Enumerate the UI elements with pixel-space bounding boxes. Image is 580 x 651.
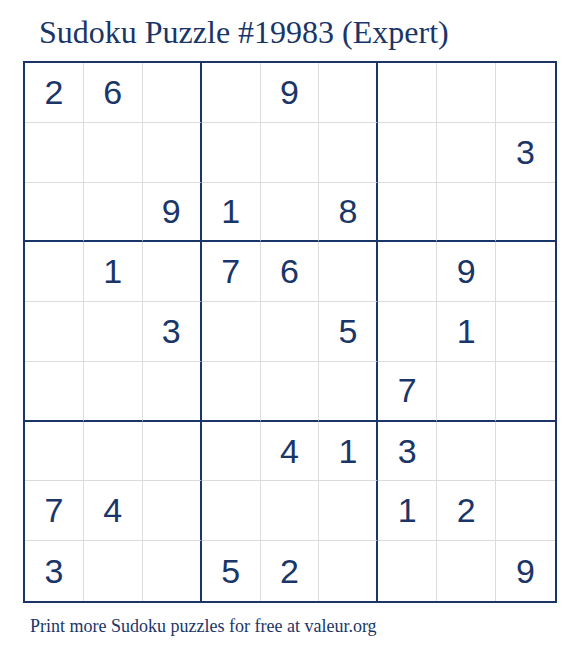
cell-r1c2[interactable]: 6 — [84, 63, 143, 123]
cell-r5c3[interactable]: 3 — [143, 302, 202, 362]
cell-r8c4[interactable] — [202, 481, 261, 541]
cell-r9c7[interactable] — [378, 541, 437, 601]
cell-r1c6[interactable] — [319, 63, 378, 123]
cell-r1c1[interactable]: 2 — [25, 63, 84, 123]
cell-r9c9[interactable]: 9 — [496, 541, 555, 601]
cell-r8c7[interactable]: 1 — [378, 481, 437, 541]
cell-r7c2[interactable] — [84, 422, 143, 482]
cell-r6c1[interactable] — [25, 362, 84, 422]
cell-r2c9[interactable]: 3 — [496, 123, 555, 183]
sudoku-board: 26939181769351741374123529 — [23, 61, 557, 603]
cell-r4c4[interactable]: 7 — [202, 242, 261, 302]
cell-r9c6[interactable] — [319, 541, 378, 601]
cell-r4c3[interactable] — [143, 242, 202, 302]
cell-r7c6[interactable]: 1 — [319, 422, 378, 482]
cell-r1c9[interactable] — [496, 63, 555, 123]
cell-r9c2[interactable] — [84, 541, 143, 601]
cell-r2c3[interactable] — [143, 123, 202, 183]
cell-r2c5[interactable] — [261, 123, 320, 183]
cell-r5c7[interactable] — [378, 302, 437, 362]
cell-r8c8[interactable]: 2 — [437, 481, 496, 541]
cell-r6c3[interactable] — [143, 362, 202, 422]
cell-r5c4[interactable] — [202, 302, 261, 362]
cell-r7c8[interactable] — [437, 422, 496, 482]
cell-r6c5[interactable] — [261, 362, 320, 422]
cell-r7c3[interactable] — [143, 422, 202, 482]
cell-r6c9[interactable] — [496, 362, 555, 422]
cell-r4c7[interactable] — [378, 242, 437, 302]
cell-r9c3[interactable] — [143, 541, 202, 601]
cell-r3c1[interactable] — [25, 183, 84, 243]
cell-r3c3[interactable]: 9 — [143, 183, 202, 243]
cell-r7c5[interactable]: 4 — [261, 422, 320, 482]
cell-r6c8[interactable] — [437, 362, 496, 422]
cell-r8c9[interactable] — [496, 481, 555, 541]
cell-r9c4[interactable]: 5 — [202, 541, 261, 601]
cell-r3c4[interactable]: 1 — [202, 183, 261, 243]
cell-r2c6[interactable] — [319, 123, 378, 183]
cell-r3c8[interactable] — [437, 183, 496, 243]
cell-r4c9[interactable] — [496, 242, 555, 302]
cell-r3c9[interactable] — [496, 183, 555, 243]
cell-r4c1[interactable] — [25, 242, 84, 302]
cell-r5c9[interactable] — [496, 302, 555, 362]
cell-r3c2[interactable] — [84, 183, 143, 243]
cell-r3c6[interactable]: 8 — [319, 183, 378, 243]
cell-r9c5[interactable]: 2 — [261, 541, 320, 601]
cell-r5c8[interactable]: 1 — [437, 302, 496, 362]
cell-r1c3[interactable] — [143, 63, 202, 123]
cell-r4c8[interactable]: 9 — [437, 242, 496, 302]
cell-r1c4[interactable] — [202, 63, 261, 123]
cell-r8c2[interactable]: 4 — [84, 481, 143, 541]
cell-r6c2[interactable] — [84, 362, 143, 422]
cell-r6c7[interactable]: 7 — [378, 362, 437, 422]
cell-r2c1[interactable] — [25, 123, 84, 183]
cell-r2c4[interactable] — [202, 123, 261, 183]
cell-r2c2[interactable] — [84, 123, 143, 183]
cell-r4c6[interactable] — [319, 242, 378, 302]
cell-r3c7[interactable] — [378, 183, 437, 243]
cell-r2c7[interactable] — [378, 123, 437, 183]
cell-r1c5[interactable]: 9 — [261, 63, 320, 123]
cell-r4c2[interactable]: 1 — [84, 242, 143, 302]
cell-r8c5[interactable] — [261, 481, 320, 541]
cell-r5c6[interactable]: 5 — [319, 302, 378, 362]
cell-r9c1[interactable]: 3 — [25, 541, 84, 601]
cell-r4c5[interactable]: 6 — [261, 242, 320, 302]
cell-r1c8[interactable] — [437, 63, 496, 123]
cell-r9c8[interactable] — [437, 541, 496, 601]
cell-r3c5[interactable] — [261, 183, 320, 243]
cell-r8c1[interactable]: 7 — [25, 481, 84, 541]
cell-r5c5[interactable] — [261, 302, 320, 362]
cell-r7c1[interactable] — [25, 422, 84, 482]
cell-r7c9[interactable] — [496, 422, 555, 482]
cell-r6c6[interactable] — [319, 362, 378, 422]
cell-r5c2[interactable] — [84, 302, 143, 362]
cell-r8c3[interactable] — [143, 481, 202, 541]
cell-r8c6[interactable] — [319, 481, 378, 541]
cell-r6c4[interactable] — [202, 362, 261, 422]
cell-r5c1[interactable] — [25, 302, 84, 362]
page-title: Sudoku Puzzle #19983 (Expert) — [39, 15, 449, 50]
footer-text: Print more Sudoku puzzles for free at va… — [30, 616, 377, 638]
cell-r2c8[interactable] — [437, 123, 496, 183]
cell-r7c7[interactable]: 3 — [378, 422, 437, 482]
cell-r1c7[interactable] — [378, 63, 437, 123]
cell-r7c4[interactable] — [202, 422, 261, 482]
